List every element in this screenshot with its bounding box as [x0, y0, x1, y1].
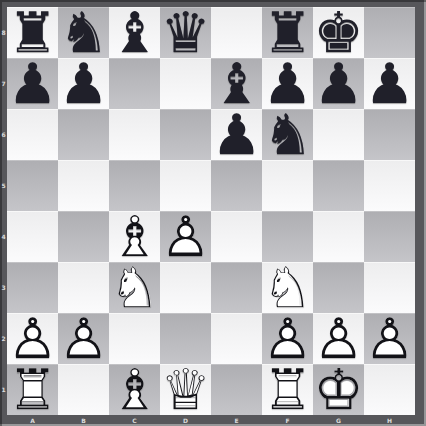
- square-g7[interactable]: ♟: [313, 58, 364, 109]
- rank-label-7: 7: [0, 58, 7, 109]
- piece-black-knight[interactable]: ♞: [262, 109, 313, 160]
- square-h1[interactable]: [364, 364, 415, 415]
- square-f5[interactable]: [262, 160, 313, 211]
- piece-black-pawn[interactable]: ♟: [7, 58, 58, 109]
- file-label-d: D: [160, 415, 211, 426]
- piece-black-pawn[interactable]: ♟: [58, 58, 109, 109]
- square-e6[interactable]: ♟: [211, 109, 262, 160]
- square-a6[interactable]: [7, 109, 58, 160]
- square-c8[interactable]: ♝: [109, 7, 160, 58]
- square-d1[interactable]: ♛♕: [160, 364, 211, 415]
- piece-black-pawn[interactable]: ♟: [364, 58, 415, 109]
- file-label-e: E: [211, 415, 262, 426]
- chessboard-frame: 87654321 ♜♞♝♛♜♚♟♟♝♟♟♟♟♞♝♗♟♙♞♘♞♘♟♙♟♙♟♙♟♙♟…: [0, 0, 426, 426]
- square-c1[interactable]: ♝♗: [109, 364, 160, 415]
- square-b4[interactable]: [58, 211, 109, 262]
- square-c3[interactable]: ♞♘: [109, 262, 160, 313]
- white-piece-outline-glyph: ♘: [109, 262, 160, 313]
- black-piece-glyph: ♟: [58, 58, 109, 109]
- rank-label-4: 4: [0, 211, 7, 262]
- square-d6[interactable]: [160, 109, 211, 160]
- white-piece-outline-glyph: ♗: [109, 364, 160, 415]
- square-f1[interactable]: ♜♖: [262, 364, 313, 415]
- square-c6[interactable]: [109, 109, 160, 160]
- square-a1[interactable]: ♜♖: [7, 364, 58, 415]
- file-label-a: A: [7, 415, 58, 426]
- piece-black-bishop[interactable]: ♝: [109, 7, 160, 58]
- piece-white-knight[interactable]: ♞♘: [109, 262, 160, 313]
- rank-label-5: 5: [0, 160, 7, 211]
- square-a4[interactable]: [7, 211, 58, 262]
- square-g4[interactable]: [313, 211, 364, 262]
- piece-white-queen[interactable]: ♛♕: [160, 364, 211, 415]
- white-piece-outline-glyph: ♕: [160, 364, 211, 415]
- black-piece-glyph: ♝: [109, 7, 160, 58]
- square-d4[interactable]: ♟♙: [160, 211, 211, 262]
- square-b1[interactable]: [58, 364, 109, 415]
- square-d3[interactable]: [160, 262, 211, 313]
- piece-white-pawn[interactable]: ♟♙: [160, 211, 211, 262]
- black-piece-glyph: ♛: [160, 7, 211, 58]
- square-b7[interactable]: ♟: [58, 58, 109, 109]
- square-h6[interactable]: [364, 109, 415, 160]
- piece-white-king[interactable]: ♚♔: [313, 364, 364, 415]
- rank-label-1: 1: [0, 364, 7, 415]
- square-e5[interactable]: [211, 160, 262, 211]
- piece-white-pawn[interactable]: ♟♙: [364, 313, 415, 364]
- black-piece-glyph: ♟: [364, 58, 415, 109]
- rank-label-3: 3: [0, 262, 7, 313]
- white-piece-outline-glyph: ♖: [262, 364, 313, 415]
- square-a5[interactable]: [7, 160, 58, 211]
- square-a7[interactable]: ♟: [7, 58, 58, 109]
- square-g1[interactable]: ♚♔: [313, 364, 364, 415]
- piece-black-pawn[interactable]: ♟: [313, 58, 364, 109]
- rank-label-2: 2: [0, 313, 7, 364]
- black-piece-glyph: ♟: [7, 58, 58, 109]
- file-label-b: B: [58, 415, 109, 426]
- piece-black-queen[interactable]: ♛: [160, 7, 211, 58]
- square-d7[interactable]: [160, 58, 211, 109]
- square-e3[interactable]: [211, 262, 262, 313]
- white-piece-outline-glyph: ♔: [313, 364, 364, 415]
- square-g5[interactable]: [313, 160, 364, 211]
- piece-white-rook[interactable]: ♜♖: [7, 364, 58, 415]
- square-g6[interactable]: [313, 109, 364, 160]
- file-label-c: C: [109, 415, 160, 426]
- piece-white-rook[interactable]: ♜♖: [262, 364, 313, 415]
- rank-label-8: 8: [0, 7, 7, 58]
- square-e2[interactable]: [211, 313, 262, 364]
- black-piece-glyph: ♟: [313, 58, 364, 109]
- piece-white-pawn[interactable]: ♟♙: [58, 313, 109, 364]
- file-label-h: H: [364, 415, 415, 426]
- file-label-g: G: [313, 415, 364, 426]
- black-piece-glyph: ♟: [211, 109, 262, 160]
- white-piece-outline-glyph: ♖: [7, 364, 58, 415]
- white-piece-outline-glyph: ♙: [58, 313, 109, 364]
- square-b5[interactable]: [58, 160, 109, 211]
- piece-white-bishop[interactable]: ♝♗: [109, 364, 160, 415]
- square-f6[interactable]: ♞: [262, 109, 313, 160]
- square-b2[interactable]: ♟♙: [58, 313, 109, 364]
- file-label-f: F: [262, 415, 313, 426]
- square-b6[interactable]: [58, 109, 109, 160]
- piece-black-pawn[interactable]: ♟: [211, 109, 262, 160]
- square-c7[interactable]: [109, 58, 160, 109]
- white-piece-outline-glyph: ♙: [364, 313, 415, 364]
- square-h5[interactable]: [364, 160, 415, 211]
- white-piece-outline-glyph: ♙: [160, 211, 211, 262]
- square-e1[interactable]: [211, 364, 262, 415]
- file-labels: ABCDEFGH: [7, 415, 415, 426]
- board: ♜♞♝♛♜♚♟♟♝♟♟♟♟♞♝♗♟♙♞♘♞♘♟♙♟♙♟♙♟♙♟♙♜♖♝♗♛♕♜♖…: [7, 7, 415, 415]
- square-h4[interactable]: [364, 211, 415, 262]
- square-d8[interactable]: ♛: [160, 7, 211, 58]
- black-piece-glyph: ♞: [262, 109, 313, 160]
- square-e4[interactable]: [211, 211, 262, 262]
- rank-labels: 87654321: [0, 7, 7, 415]
- square-h2[interactable]: ♟♙: [364, 313, 415, 364]
- square-h7[interactable]: ♟: [364, 58, 415, 109]
- rank-label-6: 6: [0, 109, 7, 160]
